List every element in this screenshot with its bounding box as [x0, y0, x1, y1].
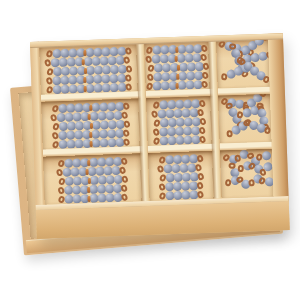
compartment-r0c1 [144, 41, 210, 91]
wire-loop [225, 179, 232, 187]
wire-loop [201, 80, 209, 88]
wire-twist [85, 169, 88, 175]
wire-twist [174, 55, 177, 61]
wire-loop [221, 73, 227, 80]
wire-twist [88, 113, 91, 119]
wire-loop [236, 111, 243, 119]
wire-twist [87, 159, 90, 165]
product-photo [0, 0, 300, 300]
compartment-r2c2 [220, 149, 274, 199]
wire-twist [87, 196, 90, 202]
wire-loop [46, 68, 54, 77]
wire-loop [152, 101, 160, 110]
wire-loop [146, 73, 154, 82]
wire-twist [88, 177, 91, 183]
wire-loop [57, 195, 65, 204]
compartment-grid [39, 39, 273, 205]
wire-loop [238, 165, 244, 172]
wire-loop [152, 137, 160, 146]
wire-loop [58, 177, 66, 186]
wire-twist [83, 86, 86, 92]
wire-loop [196, 181, 204, 189]
wire-loop [51, 140, 59, 149]
wire-loop [52, 122, 60, 131]
wire-twist [176, 82, 179, 88]
wire-loop [45, 86, 53, 95]
unit-bead [255, 151, 271, 163]
wire-twist [87, 186, 90, 192]
wire-twist [176, 73, 179, 79]
wire-twist [89, 140, 92, 146]
wire-loop [229, 43, 236, 49]
wire-loop [123, 56, 131, 64]
compartment-r1c1 [146, 96, 212, 146]
wire-loop [153, 119, 161, 128]
wire-loop [51, 104, 59, 113]
wire-loop [122, 129, 130, 137]
wire-loop [144, 55, 152, 64]
unit-bead [258, 176, 273, 187]
scattered-unit-bead [258, 176, 273, 187]
compartment-r0c0 [39, 43, 138, 94]
bead-box-tray [30, 33, 290, 239]
wire-loop [256, 153, 263, 161]
wire-twist [83, 77, 86, 83]
wire-loop [146, 82, 154, 91]
compartment-r0c2 [216, 39, 270, 89]
wire-loop [121, 175, 129, 183]
wire-loop [119, 166, 127, 174]
wire-loop [199, 117, 207, 125]
wire-loop [120, 184, 128, 192]
wire-loop [121, 111, 129, 119]
wire-loop [45, 50, 53, 59]
compartment-r1c2 [218, 94, 272, 144]
wire-loop [57, 159, 65, 168]
wire-twist [175, 46, 178, 52]
wire-loop [226, 130, 233, 137]
wire-loop [158, 192, 166, 201]
wire-loop [158, 156, 166, 165]
bead [261, 150, 272, 161]
wire-twist [89, 131, 92, 137]
wire-twist [176, 64, 179, 70]
wire-loop [124, 74, 132, 82]
wire-twist [89, 104, 92, 110]
wire-loop [264, 127, 271, 135]
compartment-r2c1 [148, 151, 214, 201]
wire-twist [82, 59, 85, 65]
wire-twist [90, 122, 93, 128]
compartment-r2c0 [43, 153, 142, 204]
wire-loop [197, 108, 205, 116]
compartment-r1c0 [41, 98, 140, 149]
wire-loop [200, 44, 208, 52]
wire-loop [147, 64, 155, 73]
wire-twist [84, 68, 87, 74]
wire-loop [195, 164, 203, 172]
wire-loop [197, 172, 205, 180]
wire-loop [159, 174, 167, 183]
wire-twist [83, 50, 86, 56]
wire-loop [198, 126, 206, 134]
wire-loop [248, 179, 255, 187]
wire-loop [125, 65, 133, 73]
wire-loop [145, 46, 153, 55]
scattered-unit-bead [255, 151, 271, 163]
wire-loop [123, 120, 131, 128]
